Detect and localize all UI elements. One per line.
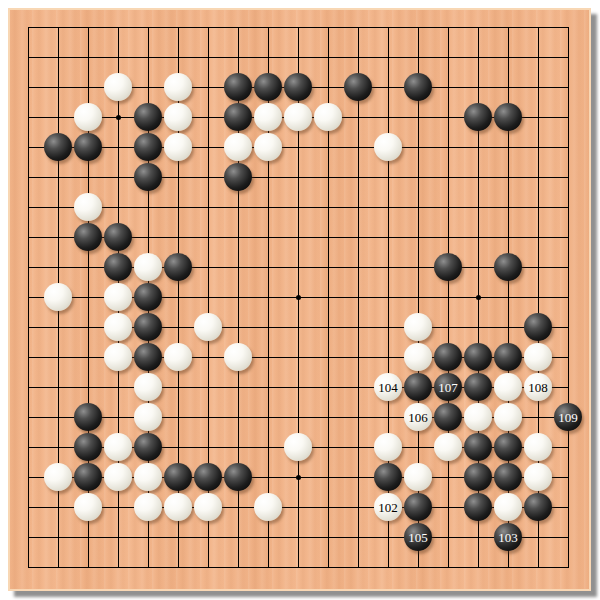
grid-line-vertical: [448, 27, 449, 568]
white-stone: [464, 403, 492, 431]
black-stone: [74, 433, 102, 461]
white-stone: [44, 283, 72, 311]
white-stone-move-106: 106: [404, 403, 432, 431]
black-stone: [134, 313, 162, 341]
white-stone: [134, 253, 162, 281]
white-stone-move-108: 108: [524, 373, 552, 401]
white-stone: [164, 493, 192, 521]
white-stone: [194, 313, 222, 341]
white-stone: [284, 103, 312, 131]
black-stone: [164, 463, 192, 491]
black-stone: [134, 133, 162, 161]
white-stone: [494, 403, 522, 431]
white-stone: [404, 343, 432, 371]
white-stone: [494, 373, 522, 401]
go-app-page: 104107108106109102105103: [0, 0, 600, 600]
black-stone: [494, 433, 522, 461]
black-stone: [344, 73, 372, 101]
white-stone: [74, 103, 102, 131]
white-stone: [104, 313, 132, 341]
white-stone: [164, 133, 192, 161]
black-stone: [524, 493, 552, 521]
black-stone: [44, 133, 72, 161]
white-stone: [104, 343, 132, 371]
black-stone: [404, 493, 432, 521]
black-stone: [74, 463, 102, 491]
grid-line-vertical: [358, 27, 359, 568]
white-stone: [254, 103, 282, 131]
white-stone: [164, 343, 192, 371]
white-stone: [524, 463, 552, 491]
white-stone: [134, 373, 162, 401]
white-stone: [164, 73, 192, 101]
black-stone: [224, 73, 252, 101]
white-stone: [44, 463, 72, 491]
white-stone: [224, 133, 252, 161]
black-stone: [134, 163, 162, 191]
white-stone: [524, 433, 552, 461]
white-stone: [254, 493, 282, 521]
black-stone-move-107: 107: [434, 373, 462, 401]
black-stone: [494, 103, 522, 131]
black-stone: [134, 343, 162, 371]
black-stone-move-103: 103: [494, 523, 522, 551]
white-stone: [404, 463, 432, 491]
black-stone: [284, 73, 312, 101]
black-stone: [164, 253, 192, 281]
black-stone: [434, 343, 462, 371]
white-stone: [104, 73, 132, 101]
go-board[interactable]: 104107108106109102105103: [8, 8, 591, 591]
black-stone: [104, 223, 132, 251]
star-point: [296, 475, 301, 480]
white-stone: [404, 313, 432, 341]
white-stone: [374, 133, 402, 161]
white-stone: [74, 193, 102, 221]
white-stone: [254, 133, 282, 161]
grid-line-vertical: [568, 27, 569, 568]
black-stone: [194, 463, 222, 491]
black-stone: [404, 73, 432, 101]
black-stone: [464, 103, 492, 131]
black-stone: [74, 223, 102, 251]
white-stone: [104, 463, 132, 491]
black-stone: [464, 463, 492, 491]
white-stone-move-104: 104: [374, 373, 402, 401]
black-stone: [464, 373, 492, 401]
black-stone: [464, 493, 492, 521]
black-stone: [404, 373, 432, 401]
white-stone: [224, 343, 252, 371]
white-stone-move-102: 102: [374, 493, 402, 521]
white-stone: [134, 463, 162, 491]
white-stone: [524, 343, 552, 371]
black-stone: [434, 403, 462, 431]
black-stone: [74, 403, 102, 431]
black-stone: [134, 433, 162, 461]
black-stone: [494, 343, 522, 371]
white-stone: [494, 493, 522, 521]
white-stone: [194, 493, 222, 521]
white-stone: [74, 493, 102, 521]
white-stone: [134, 493, 162, 521]
white-stone: [104, 283, 132, 311]
grid-line-horizontal: [28, 567, 569, 568]
star-point: [476, 295, 481, 300]
black-stone: [434, 253, 462, 281]
black-stone: [374, 463, 402, 491]
star-point: [296, 295, 301, 300]
black-stone: [74, 133, 102, 161]
star-point: [116, 115, 121, 120]
black-stone: [104, 253, 132, 281]
black-stone: [494, 253, 522, 281]
white-stone: [164, 103, 192, 131]
black-stone: [224, 163, 252, 191]
white-stone: [134, 403, 162, 431]
white-stone: [374, 433, 402, 461]
white-stone: [434, 433, 462, 461]
black-stone: [464, 433, 492, 461]
black-stone: [134, 103, 162, 131]
grid-line-horizontal: [28, 537, 569, 538]
white-stone: [104, 433, 132, 461]
black-stone: [494, 463, 522, 491]
white-stone: [314, 103, 342, 131]
black-stone: [524, 313, 552, 341]
black-stone: [464, 343, 492, 371]
white-stone: [284, 433, 312, 461]
black-stone-move-109: 109: [554, 403, 582, 431]
black-stone: [254, 73, 282, 101]
black-stone: [224, 103, 252, 131]
black-stone: [134, 283, 162, 311]
black-stone-move-105: 105: [404, 523, 432, 551]
black-stone: [224, 463, 252, 491]
